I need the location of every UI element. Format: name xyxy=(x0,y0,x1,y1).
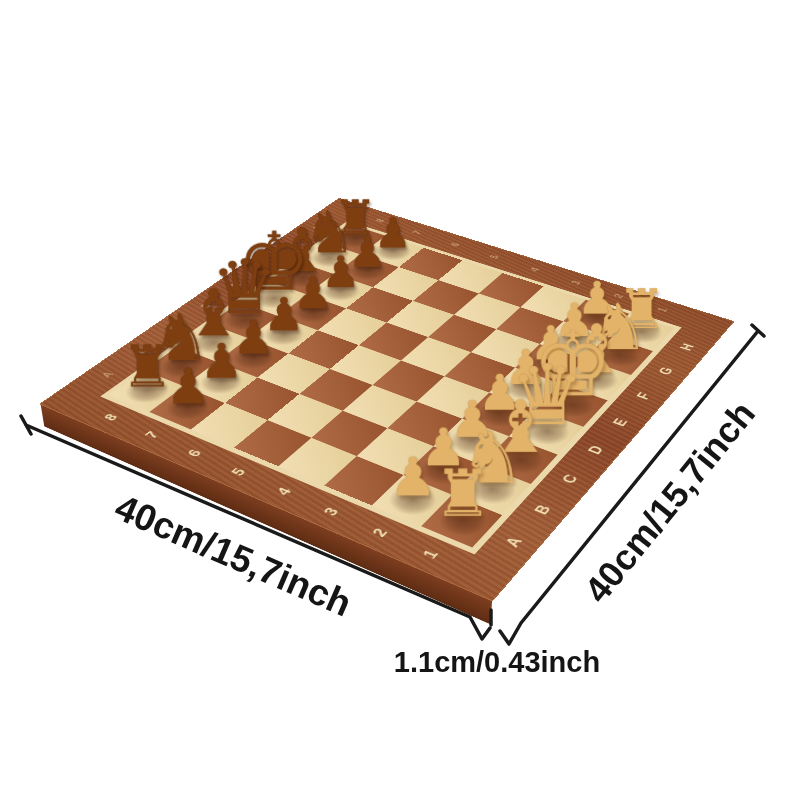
product-image-page: ♜♞♝♛♚♝♞♜♟♟♟♟♟♟♟♟♟♟♟♟♟♟♟♟♜♞♝♛♚♝♞♜ ABCDEFG… xyxy=(0,0,800,800)
piece-black-rook: ♜ xyxy=(121,339,173,394)
piece-white-rook: ♜ xyxy=(433,462,491,524)
board-scene: ♜♞♝♛♚♝♞♜♟♟♟♟♟♟♟♟♟♟♟♟♟♟♟♟♜♞♝♛♚♝♞♜ ABCDEFG… xyxy=(0,0,800,800)
piece-black-pawn: ♟ xyxy=(165,364,209,411)
thickness-dimension-label: 1.1cm/0.43inch xyxy=(394,646,600,679)
board-field: ♜♞♝♛♚♝♞♜♟♟♟♟♟♟♟♟♟♟♟♟♟♟♟♟♜♞♝♛♚♝♞♜ xyxy=(109,224,674,548)
piece-white-pawn: ♟ xyxy=(388,453,436,504)
